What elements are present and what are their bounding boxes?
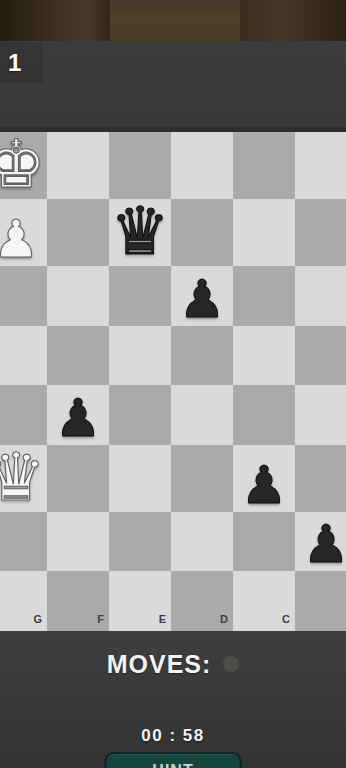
square-f5[interactable]: ♟	[47, 385, 109, 445]
square-d6[interactable]	[171, 445, 233, 512]
square-c6[interactable]: ♟	[233, 445, 295, 512]
square-d7[interactable]	[171, 512, 233, 572]
square-d4[interactable]	[171, 326, 233, 386]
piece-white-pawn[interactable]: ♟	[0, 213, 39, 265]
file-label-c: C	[282, 613, 290, 625]
moves-row: MOVES:	[0, 650, 346, 678]
square-g2[interactable]: ♟	[0, 199, 47, 266]
square-g1[interactable]: ♚	[0, 132, 47, 199]
square-c1[interactable]	[233, 132, 295, 199]
square-f8[interactable]: F	[47, 571, 109, 631]
file-label-g: G	[33, 613, 42, 625]
square-c2[interactable]	[233, 199, 295, 266]
file-label-d: D	[220, 613, 228, 625]
square-c5[interactable]	[233, 385, 295, 445]
square-f6[interactable]	[47, 445, 109, 512]
square-b3[interactable]	[295, 266, 346, 326]
hint-button[interactable]: HINT	[105, 752, 242, 768]
piece-black-pawn[interactable]: ♟	[179, 273, 226, 325]
square-c4[interactable]	[233, 326, 295, 386]
square-e7[interactable]	[109, 512, 171, 572]
square-c3[interactable]	[233, 266, 295, 326]
top-bar: 1	[0, 41, 346, 127]
square-g3[interactable]	[0, 266, 47, 326]
square-b5[interactable]	[295, 385, 346, 445]
wood-panel-left	[0, 0, 110, 41]
square-b6[interactable]	[295, 445, 346, 512]
square-c8[interactable]: C	[233, 571, 295, 631]
wood-background	[0, 0, 346, 41]
square-e8[interactable]: E	[109, 571, 171, 631]
chess-board: ♚♟♛♟♟♛♟♟GFEDC	[0, 132, 346, 631]
file-label-f: F	[97, 613, 104, 625]
square-d1[interactable]	[171, 132, 233, 199]
bottom-panel: MOVES: 00 : 58 HINT	[0, 631, 346, 768]
piece-white-queen[interactable]: ♛	[0, 445, 46, 511]
square-c7[interactable]	[233, 512, 295, 572]
square-b7[interactable]: ♟	[295, 512, 346, 572]
square-f7[interactable]	[47, 512, 109, 572]
timer: 00 : 58	[0, 726, 346, 746]
square-g6[interactable]: ♛	[0, 445, 47, 512]
square-d5[interactable]	[171, 385, 233, 445]
square-g7[interactable]	[0, 512, 47, 572]
square-b1[interactable]	[295, 132, 346, 199]
square-e4[interactable]	[109, 326, 171, 386]
move-indicator-dot	[223, 656, 239, 672]
square-g4[interactable]	[0, 326, 47, 386]
square-b4[interactable]	[295, 326, 346, 386]
piece-black-pawn[interactable]: ♟	[241, 459, 288, 511]
wood-panel-right	[240, 0, 346, 41]
square-f3[interactable]	[47, 266, 109, 326]
square-f4[interactable]	[47, 326, 109, 386]
app-screen: 1 ♚♟♛♟♟♛♟♟GFEDC MOVES: 00 : 58 HINT	[0, 0, 346, 768]
square-g5[interactable]	[0, 385, 47, 445]
square-e3[interactable]	[109, 266, 171, 326]
piece-black-pawn[interactable]: ♟	[55, 392, 102, 444]
square-e1[interactable]	[109, 132, 171, 199]
file-label-e: E	[159, 613, 166, 625]
square-f2[interactable]	[47, 199, 109, 266]
move-number: 1	[0, 49, 21, 77]
square-b2[interactable]	[295, 199, 346, 266]
square-d8[interactable]: D	[171, 571, 233, 631]
hint-label: HINT	[152, 762, 193, 768]
piece-black-pawn[interactable]: ♟	[303, 518, 346, 570]
square-e5[interactable]	[109, 385, 171, 445]
wood-panel-center	[110, 0, 240, 41]
square-e6[interactable]	[109, 445, 171, 512]
square-g8[interactable]: G	[0, 571, 47, 631]
square-f1[interactable]	[47, 132, 109, 199]
piece-white-king[interactable]: ♚	[0, 132, 46, 198]
square-d3[interactable]: ♟	[171, 266, 233, 326]
piece-black-queen[interactable]: ♛	[110, 199, 169, 265]
square-e2[interactable]: ♛	[109, 199, 171, 266]
square-d2[interactable]	[171, 199, 233, 266]
moves-label: MOVES:	[107, 650, 212, 679]
square-b8[interactable]	[295, 571, 346, 631]
move-number-badge: 1	[0, 42, 43, 83]
